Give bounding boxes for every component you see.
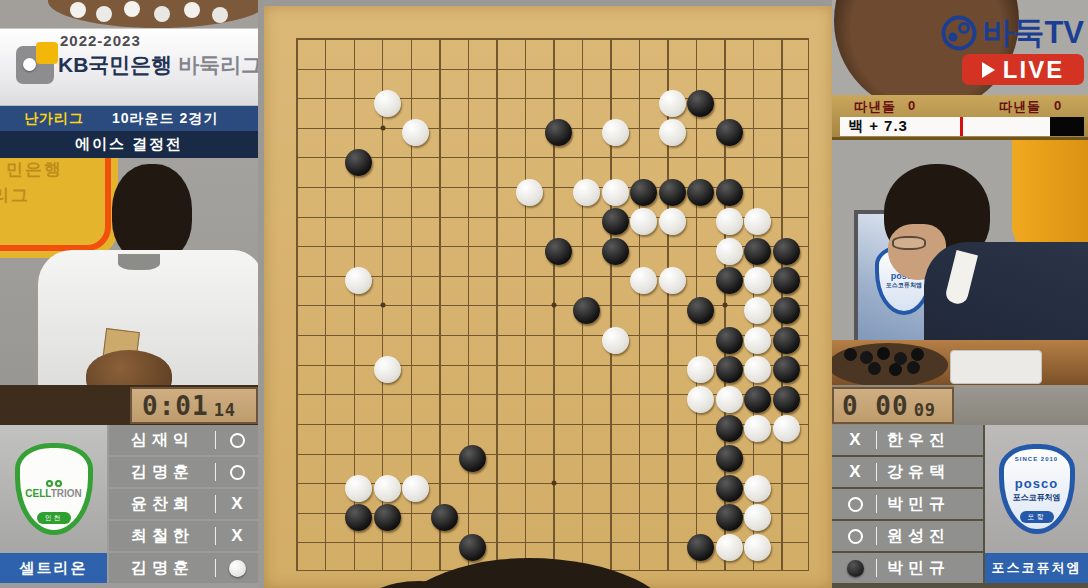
black-stone — [716, 475, 743, 502]
divider — [876, 495, 877, 513]
black-captures-count: 0 — [1054, 98, 1062, 113]
divider — [876, 431, 877, 449]
player-row: 원성진 — [832, 521, 983, 551]
black-stone — [744, 238, 771, 265]
celltrion-brand: CELLTRION — [25, 488, 81, 499]
player-row: 윤찬희X — [109, 489, 258, 519]
player-name: 김명훈 — [131, 462, 194, 483]
black-stone — [716, 356, 743, 383]
white-stone — [659, 267, 686, 294]
white-stone — [345, 267, 372, 294]
player-result — [224, 560, 250, 577]
player-name: 박민규 — [887, 558, 950, 579]
black-stone — [716, 327, 743, 354]
black-stone — [687, 179, 714, 206]
divider — [215, 463, 216, 481]
captures-label-black: 따낸돌 — [999, 98, 1041, 116]
black-stone — [545, 238, 572, 265]
white-stone — [744, 415, 771, 442]
white-stone — [744, 534, 771, 561]
black-stones-in-lid — [844, 348, 857, 361]
win-circle-icon — [230, 465, 245, 480]
backdrop-panel-left: 민은행 리그 — [0, 158, 118, 258]
right-clock-strip: 0 00 09 — [832, 385, 1088, 425]
white-stone — [744, 267, 771, 294]
right-team-name-bar: 포스코퓨처엠 — [985, 553, 1088, 583]
player-name: 박민규 — [887, 494, 950, 515]
black-stone — [431, 504, 458, 531]
white-stone — [687, 356, 714, 383]
white-stone — [374, 356, 401, 383]
white-stone — [630, 208, 657, 235]
win-circle-icon — [848, 497, 863, 512]
player-row: 박민규 — [832, 489, 983, 519]
broadcast-frame: 2022-2023 KB국민은행 바둑리그 난가리그 10라운드 2경기 에이스… — [0, 0, 1088, 588]
player-result — [842, 529, 868, 544]
league-title-main: KB국민은행 — [58, 53, 172, 76]
left-player-photo: 민은행 리그 — [0, 158, 258, 385]
play-triangle-icon — [982, 62, 995, 78]
player-result: X — [224, 526, 250, 546]
posco-shield-icon: SINCE 2010 posco 포스코퓨처엠 포항 — [999, 444, 1075, 534]
kb-logo-corner — [36, 42, 58, 64]
black-stone — [630, 179, 657, 206]
player-name: 한우진 — [887, 430, 950, 451]
white-stone — [659, 119, 686, 146]
black-stone — [345, 149, 372, 176]
badook-tv-logo: 바둑TV — [940, 12, 1084, 54]
loss-x-icon: X — [849, 462, 860, 482]
league-title: KB국민은행 바둑리그 — [58, 51, 262, 79]
player-row: 최철한X — [109, 521, 258, 551]
match-title-bar: 에이스 결정전 — [0, 131, 258, 158]
divider — [876, 463, 877, 481]
left-clock-main: 0:01 — [142, 391, 209, 421]
score-estimate-value: 백 + 7.3 — [848, 117, 908, 136]
white-captures-count: 0 — [908, 98, 916, 113]
white-stone — [716, 238, 743, 265]
player-result: X — [224, 494, 250, 514]
left-roster: 심재익김명훈윤찬희X최철한X김명훈 — [109, 425, 258, 583]
player-name: 원성진 — [887, 526, 950, 547]
loss-x-icon: X — [231, 526, 242, 546]
left-game-clock: 0:01 14 — [130, 387, 258, 424]
player-name: 강유택 — [887, 462, 950, 483]
white-stone-icon — [229, 560, 246, 577]
round-bar: 난가리그 10라운드 2경기 — [0, 106, 258, 131]
player-name: 윤찬희 — [131, 494, 194, 515]
right-clock-main: 0 00 — [842, 391, 909, 421]
black-stone — [773, 327, 800, 354]
right-panel: 바둑TV LIVE 따낸돌 0 따낸돌 0 백 + 7.3 posco 포스코퓨… — [832, 0, 1088, 588]
kb-logo-stone — [23, 58, 36, 71]
captures-label-white: 따낸돌 — [854, 98, 896, 116]
player-result — [842, 560, 868, 577]
left-clock-strip: 0:01 14 — [0, 385, 258, 425]
score-estimate-bar: 따낸돌 0 따낸돌 0 백 + 7.3 — [832, 95, 1088, 140]
divider — [876, 527, 877, 545]
backdrop-panel-right — [1012, 140, 1088, 254]
right-player-glasses — [892, 236, 926, 250]
white-stone — [345, 475, 372, 502]
white-stone — [773, 415, 800, 442]
black-stone — [716, 504, 743, 531]
white-stone — [744, 327, 771, 354]
divider — [215, 527, 216, 545]
black-stone — [459, 445, 486, 472]
loss-x-icon: X — [849, 430, 860, 450]
white-stone — [687, 386, 714, 413]
black-stone — [716, 119, 743, 146]
black-stone — [687, 297, 714, 324]
player-result — [842, 497, 868, 512]
black-stone — [687, 90, 714, 117]
right-clock-strip-bg — [954, 385, 1088, 425]
player-row: 김명훈 — [109, 553, 258, 583]
player-result: X — [842, 462, 868, 482]
black-stone — [773, 267, 800, 294]
left-player-collar — [118, 254, 160, 270]
right-game-clock: 0 00 09 — [832, 387, 954, 424]
celltrion-shield-icon: CELLTRION 인천 — [15, 443, 93, 535]
white-stone — [630, 267, 657, 294]
white-stone — [602, 327, 629, 354]
go-board-area — [258, 0, 832, 588]
live-label: LIVE — [1003, 56, 1064, 84]
player-result: X — [842, 430, 868, 450]
black-stone — [716, 179, 743, 206]
black-side-box — [1050, 117, 1084, 136]
player-row: 김명훈 — [109, 457, 258, 487]
posco-ribbon: 포항 — [1020, 511, 1054, 523]
player-row: 박민규 — [832, 553, 983, 583]
player-name: 최철한 — [131, 526, 194, 547]
white-stone — [716, 386, 743, 413]
live-badge: LIVE — [962, 54, 1084, 85]
black-stone — [374, 504, 401, 531]
player-result — [224, 465, 250, 480]
black-stone — [716, 267, 743, 294]
white-stone — [716, 208, 743, 235]
go-board — [264, 6, 832, 588]
white-stone — [716, 534, 743, 561]
player-result — [224, 433, 250, 448]
badook-tv-circle-icon — [940, 14, 978, 52]
score-estimate-strip: 백 + 7.3 — [840, 117, 1050, 136]
league-stage-label: 난가리그 — [24, 110, 84, 128]
black-stone — [659, 179, 686, 206]
black-stone — [459, 534, 486, 561]
white-stone — [744, 208, 771, 235]
left-panel: 2022-2023 KB국민은행 바둑리그 난가리그 10라운드 2경기 에이스… — [0, 0, 258, 588]
white-stone — [374, 475, 401, 502]
white-stone — [659, 90, 686, 117]
tissue-box — [950, 350, 1042, 384]
black-stone — [716, 415, 743, 442]
season-year: 2022-2023 — [60, 32, 141, 49]
black-stone-icon — [847, 560, 864, 577]
black-stone — [744, 386, 771, 413]
player-row: X한우진 — [832, 425, 983, 455]
black-stone — [602, 238, 629, 265]
round-label: 10라운드 2경기 — [112, 110, 218, 128]
kb-logo-icon — [16, 46, 54, 84]
league-header: 2022-2023 KB국민은행 바둑리그 — [0, 28, 258, 106]
black-stone — [687, 534, 714, 561]
league-title-sub: 바둑리그 — [172, 53, 262, 76]
black-stone — [573, 297, 600, 324]
player-row: 심재익 — [109, 425, 258, 455]
white-stones-in-bowl — [70, 2, 86, 18]
player-name: 심재익 — [131, 430, 194, 451]
black-stone — [345, 504, 372, 531]
win-circle-icon — [230, 433, 245, 448]
right-clock-seconds: 09 — [914, 400, 936, 420]
backdrop-text: 민은행 — [6, 158, 63, 181]
backdrop-text: 리그 — [0, 184, 30, 207]
left-team-name-bar: 셀트리온 — [0, 553, 107, 583]
white-stone — [516, 179, 543, 206]
left-roster-section: CELLTRION 인천 셀트리온 심재익김명훈윤찬희X최철한X김명훈 — [0, 425, 258, 588]
celltrion-ribbon: 인천 — [37, 512, 71, 524]
celltrion-dots-icon — [46, 480, 62, 487]
white-stone — [374, 90, 401, 117]
channel-name: 바둑TV — [982, 12, 1084, 54]
right-roster: X한우진X강유택박민규원성진박민규 — [832, 425, 983, 583]
black-stone — [773, 356, 800, 383]
celltrion-logo-box: CELLTRION 인천 — [0, 425, 107, 553]
black-stone — [773, 238, 800, 265]
estimate-marker — [960, 117, 963, 136]
right-roster-section: X한우진X강유택박민규원성진박민규 SINCE 2010 posco 포스코퓨처… — [832, 425, 1088, 588]
left-top-photo — [0, 0, 258, 30]
white-stone — [602, 179, 629, 206]
divider — [215, 431, 216, 449]
white-stone — [402, 475, 429, 502]
left-clock-seconds: 14 — [214, 400, 236, 420]
black-stone — [716, 445, 743, 472]
black-stone — [545, 119, 572, 146]
black-stone — [773, 297, 800, 324]
white-stone — [744, 475, 771, 502]
white-stone — [402, 119, 429, 146]
white-stone — [744, 356, 771, 383]
white-stone — [659, 208, 686, 235]
loss-x-icon: X — [231, 494, 242, 514]
divider — [876, 559, 877, 577]
divider — [215, 495, 216, 513]
player-name: 김명훈 — [131, 558, 194, 579]
white-stone — [573, 179, 600, 206]
white-stone — [744, 504, 771, 531]
win-circle-icon — [848, 529, 863, 544]
white-stone — [602, 119, 629, 146]
black-stone — [602, 208, 629, 235]
white-stone — [744, 297, 771, 324]
player-row: X강유택 — [832, 457, 983, 487]
left-player-head — [112, 164, 192, 262]
board-stones-grid — [288, 29, 830, 588]
right-player-photo: posco 포스코퓨처엠 — [832, 140, 1088, 385]
black-stone — [773, 386, 800, 413]
divider — [215, 559, 216, 577]
posco-logo-box: SINCE 2010 posco 포스코퓨처엠 포항 — [985, 425, 1088, 553]
